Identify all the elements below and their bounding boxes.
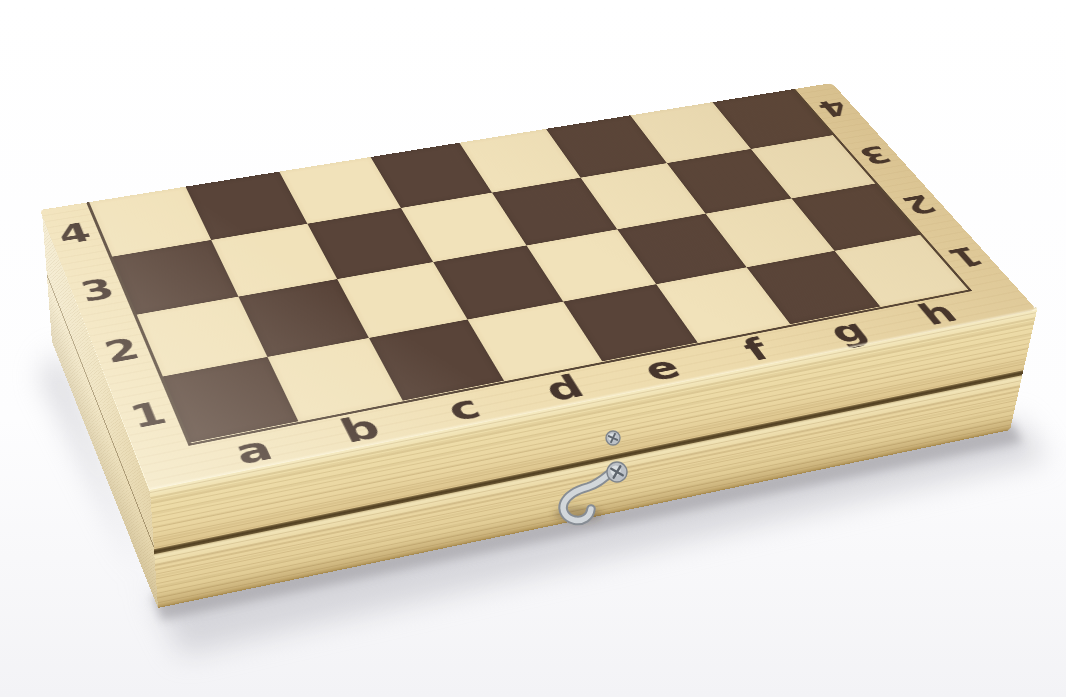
photo-scene: 4321 4321 abcdefgh (0, 0, 1066, 697)
